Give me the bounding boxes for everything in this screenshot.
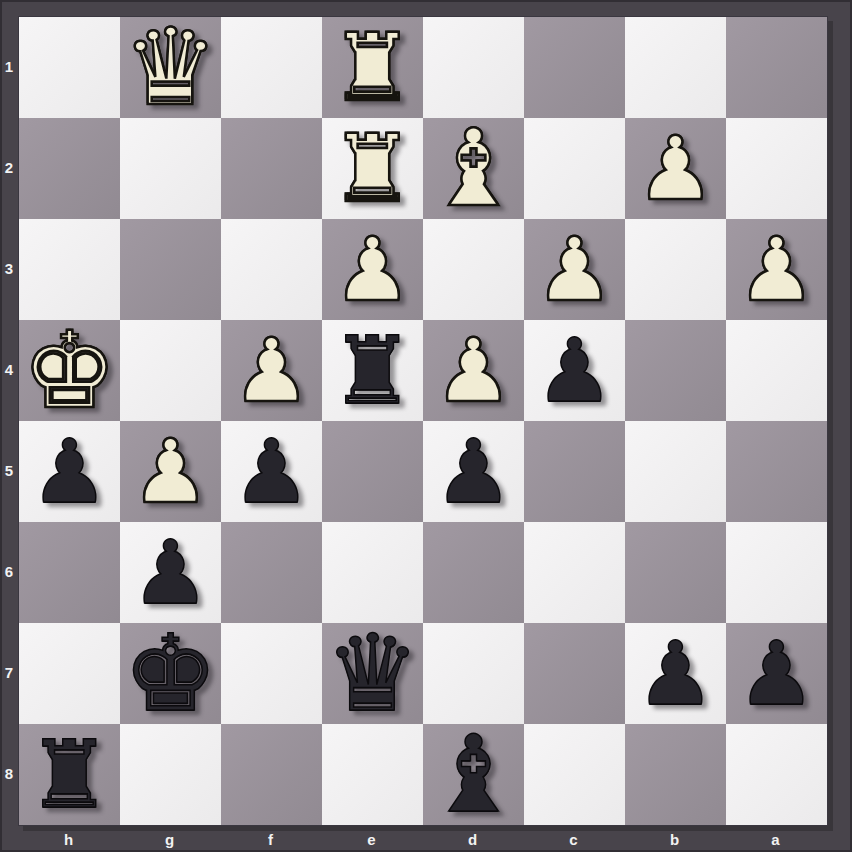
square-e7[interactable]: ♛	[322, 623, 423, 724]
square-c1[interactable]	[524, 17, 625, 118]
square-f7[interactable]	[221, 623, 322, 724]
square-h6[interactable]	[19, 522, 120, 623]
file-label-b: b	[624, 826, 725, 852]
black-bishop[interactable]: ♝	[426, 722, 521, 828]
black-pawn[interactable]: ♟	[30, 428, 109, 516]
square-d6[interactable]	[423, 522, 524, 623]
square-f1[interactable]	[221, 17, 322, 118]
square-b1[interactable]	[625, 17, 726, 118]
square-b7[interactable]: ♟	[625, 623, 726, 724]
square-a2[interactable]	[726, 118, 827, 219]
white-pawn[interactable]: ♟	[434, 327, 513, 415]
square-c8[interactable]	[524, 724, 625, 825]
white-pawn[interactable]: ♟	[232, 327, 311, 415]
white-queen[interactable]: ♛	[123, 15, 218, 121]
file-label-h: h	[18, 826, 119, 852]
square-f4[interactable]: ♟	[221, 320, 322, 421]
white-bishop[interactable]: ♝	[426, 116, 521, 222]
file-label-c: c	[523, 826, 624, 852]
square-d7[interactable]	[423, 623, 524, 724]
square-b6[interactable]	[625, 522, 726, 623]
square-h7[interactable]	[19, 623, 120, 724]
black-rook[interactable]: ♜	[27, 728, 111, 822]
white-pawn[interactable]: ♟	[737, 226, 816, 314]
file-label-g: g	[119, 826, 220, 852]
square-b3[interactable]	[625, 219, 726, 320]
white-king[interactable]: ♚	[22, 318, 117, 424]
white-rook[interactable]: ♜	[330, 122, 414, 216]
square-e1[interactable]: ♜	[322, 17, 423, 118]
square-g1[interactable]: ♛	[120, 17, 221, 118]
square-d4[interactable]: ♟	[423, 320, 524, 421]
square-d2[interactable]: ♝	[423, 118, 524, 219]
black-pawn[interactable]: ♟	[131, 529, 210, 617]
board-frame: ♛♜♜♝♟♟♟♟♚♟♜♟♟♟♟♟♟♟♚♛♟♟♜♝ 12345678 hgfedc…	[0, 0, 852, 852]
black-queen[interactable]: ♛	[325, 621, 420, 727]
square-b4[interactable]	[625, 320, 726, 421]
rank-label-8: 8	[0, 723, 18, 824]
square-h8[interactable]: ♜	[19, 724, 120, 825]
rank-label-3: 3	[0, 218, 18, 319]
square-c2[interactable]	[524, 118, 625, 219]
square-b8[interactable]	[625, 724, 726, 825]
square-e4[interactable]: ♜	[322, 320, 423, 421]
black-pawn[interactable]: ♟	[636, 630, 715, 718]
square-e3[interactable]: ♟	[322, 219, 423, 320]
file-coordinates: hgfedcba	[18, 826, 828, 852]
rank-label-5: 5	[0, 420, 18, 521]
square-h5[interactable]: ♟	[19, 421, 120, 522]
square-c6[interactable]	[524, 522, 625, 623]
square-f6[interactable]	[221, 522, 322, 623]
square-a4[interactable]	[726, 320, 827, 421]
square-d1[interactable]	[423, 17, 524, 118]
black-rook[interactable]: ♜	[330, 324, 414, 418]
square-a7[interactable]: ♟	[726, 623, 827, 724]
white-rook[interactable]: ♜	[330, 21, 414, 115]
black-pawn[interactable]: ♟	[434, 428, 513, 516]
square-c4[interactable]: ♟	[524, 320, 625, 421]
square-g6[interactable]: ♟	[120, 522, 221, 623]
square-g3[interactable]	[120, 219, 221, 320]
rank-coordinates: 12345678	[0, 16, 18, 826]
rank-label-6: 6	[0, 521, 18, 622]
white-pawn[interactable]: ♟	[636, 125, 715, 213]
square-g5[interactable]: ♟	[120, 421, 221, 522]
square-h2[interactable]	[19, 118, 120, 219]
square-g8[interactable]	[120, 724, 221, 825]
square-a1[interactable]	[726, 17, 827, 118]
square-a5[interactable]	[726, 421, 827, 522]
square-d5[interactable]: ♟	[423, 421, 524, 522]
square-g2[interactable]	[120, 118, 221, 219]
square-d8[interactable]: ♝	[423, 724, 524, 825]
square-f2[interactable]	[221, 118, 322, 219]
white-pawn[interactable]: ♟	[535, 226, 614, 314]
square-e2[interactable]: ♜	[322, 118, 423, 219]
file-label-e: e	[321, 826, 422, 852]
file-label-a: a	[725, 826, 826, 852]
square-c7[interactable]	[524, 623, 625, 724]
square-e6[interactable]	[322, 522, 423, 623]
white-pawn[interactable]: ♟	[131, 428, 210, 516]
square-c3[interactable]: ♟	[524, 219, 625, 320]
black-pawn[interactable]: ♟	[535, 327, 614, 415]
rank-label-2: 2	[0, 117, 18, 218]
square-b2[interactable]: ♟	[625, 118, 726, 219]
square-g4[interactable]	[120, 320, 221, 421]
square-a3[interactable]: ♟	[726, 219, 827, 320]
square-a8[interactable]	[726, 724, 827, 825]
white-pawn[interactable]: ♟	[333, 226, 412, 314]
file-label-f: f	[220, 826, 321, 852]
rank-label-1: 1	[0, 16, 18, 117]
rank-label-4: 4	[0, 319, 18, 420]
file-label-d: d	[422, 826, 523, 852]
square-h3[interactable]	[19, 219, 120, 320]
square-h4[interactable]: ♚	[19, 320, 120, 421]
black-king[interactable]: ♚	[123, 621, 218, 727]
square-e8[interactable]	[322, 724, 423, 825]
square-f3[interactable]	[221, 219, 322, 320]
black-pawn[interactable]: ♟	[232, 428, 311, 516]
square-h1[interactable]	[19, 17, 120, 118]
chess-board: ♛♜♜♝♟♟♟♟♚♟♜♟♟♟♟♟♟♟♚♛♟♟♜♝	[18, 16, 828, 826]
black-pawn[interactable]: ♟	[737, 630, 816, 718]
square-g7[interactable]: ♚	[120, 623, 221, 724]
square-f8[interactable]	[221, 724, 322, 825]
rank-label-7: 7	[0, 622, 18, 723]
square-b5[interactable]	[625, 421, 726, 522]
square-a6[interactable]	[726, 522, 827, 623]
square-e5[interactable]	[322, 421, 423, 522]
square-c5[interactable]	[524, 421, 625, 522]
square-d3[interactable]	[423, 219, 524, 320]
square-f5[interactable]: ♟	[221, 421, 322, 522]
